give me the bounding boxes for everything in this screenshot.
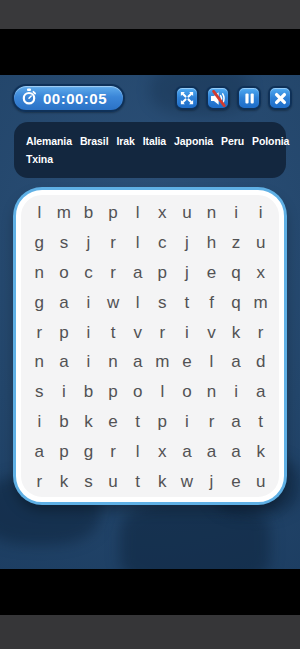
word-item: Brasil	[80, 132, 109, 150]
grid-cell[interactable]: t	[125, 466, 150, 496]
grid-cell[interactable]: j	[76, 228, 101, 258]
grid-cell[interactable]: k	[224, 317, 249, 347]
grid-cell[interactable]: l	[199, 347, 224, 377]
grid-cell[interactable]: n	[27, 347, 52, 377]
word-item: Polonia	[252, 132, 289, 150]
grid-cell[interactable]: u	[101, 466, 126, 496]
word-line: Txina	[26, 150, 274, 168]
word-item: Alemania	[26, 132, 72, 150]
fullscreen-button[interactable]	[175, 86, 199, 110]
grid-cell[interactable]: o	[175, 377, 200, 407]
word-line: AlemaniaBrasilIrakItaliaJaponiaPeruPolon…	[26, 132, 274, 150]
grid-cell[interactable]: a	[52, 287, 77, 317]
grid-cell[interactable]: q	[224, 258, 249, 288]
grid-cell[interactable]: w	[101, 287, 126, 317]
grid-cell[interactable]: j	[199, 466, 224, 496]
grid-cell[interactable]: n	[27, 258, 52, 288]
word-item: Irak	[116, 132, 134, 150]
grid-cell[interactable]: e	[199, 258, 224, 288]
grid-cell[interactable]: p	[150, 407, 175, 437]
grid-cell[interactable]: c	[76, 258, 101, 288]
grid-cell[interactable]: v	[199, 317, 224, 347]
grid-cell[interactable]: a	[224, 436, 249, 466]
grid-cell[interactable]: x	[150, 436, 175, 466]
grid-cell[interactable]: a	[125, 347, 150, 377]
word-item: Italia	[143, 132, 166, 150]
status-bar-bottom	[0, 615, 300, 649]
grid-cell[interactable]: q	[224, 287, 249, 317]
grid-cell[interactable]: l	[125, 228, 150, 258]
hud-bar: 00:00:05	[12, 84, 292, 112]
letterbox-top	[0, 29, 300, 75]
letter-grid: lmbplxuniigsjrlcjhzunocrapjeqxgaiwlstfqm…	[21, 195, 279, 497]
muted-speaker-icon	[210, 90, 227, 107]
grid-cell[interactable]: w	[175, 466, 200, 496]
grid-cell[interactable]: l	[125, 287, 150, 317]
screenshot-root: 00:00:05	[0, 0, 300, 649]
grid-cell[interactable]: a	[125, 258, 150, 288]
grid-cell[interactable]: i	[52, 377, 77, 407]
grid-cell[interactable]: k	[150, 466, 175, 496]
word-search-board: lmbplxuniigsjrlcjhzunocrapjeqxgaiwlstfqm…	[16, 190, 284, 502]
grid-cell[interactable]: e	[175, 347, 200, 377]
grid-cell[interactable]: g	[76, 436, 101, 466]
grid-cell[interactable]: j	[175, 258, 200, 288]
grid-cell[interactable]: b	[76, 377, 101, 407]
grid-cell[interactable]: l	[27, 198, 52, 228]
timer-value: 00:00:05	[43, 91, 107, 106]
expand-arrows-icon	[180, 91, 194, 105]
grid-cell[interactable]: p	[52, 436, 77, 466]
mute-button[interactable]	[206, 86, 230, 110]
close-x-icon	[274, 92, 287, 105]
hud-buttons	[175, 86, 292, 110]
grid-cell[interactable]: i	[248, 198, 273, 228]
grid-cell[interactable]: j	[175, 228, 200, 258]
grid-cell[interactable]: b	[76, 198, 101, 228]
word-item: Japonia	[174, 132, 213, 150]
grid-cell[interactable]: l	[125, 198, 150, 228]
grid-cell[interactable]: m	[150, 347, 175, 377]
grid-cell[interactable]: n	[199, 377, 224, 407]
grid-cell[interactable]: t	[248, 407, 273, 437]
grid-cell[interactable]: i	[175, 317, 200, 347]
grid-cell[interactable]: a	[224, 407, 249, 437]
grid-cell[interactable]: r	[101, 258, 126, 288]
grid-cell[interactable]: s	[52, 228, 77, 258]
grid-cell[interactable]: i	[76, 287, 101, 317]
grid-cell[interactable]: i	[76, 317, 101, 347]
grid-cell[interactable]: u	[175, 198, 200, 228]
grid-cell[interactable]: f	[199, 287, 224, 317]
grid-cell[interactable]: s	[27, 377, 52, 407]
grid-cell[interactable]: a	[248, 377, 273, 407]
grid-cell[interactable]: k	[52, 466, 77, 496]
grid-cell[interactable]: u	[248, 228, 273, 258]
grid-cell[interactable]: z	[224, 228, 249, 258]
grid-cell[interactable]: a	[224, 347, 249, 377]
grid-cell[interactable]: r	[150, 317, 175, 347]
grid-cell[interactable]: x	[150, 198, 175, 228]
grid-cell[interactable]: g	[27, 287, 52, 317]
grid-cell[interactable]: t	[175, 287, 200, 317]
grid-cell[interactable]: l	[125, 436, 150, 466]
grid-cell[interactable]: p	[52, 317, 77, 347]
game-area: 00:00:05	[0, 75, 300, 569]
grid-cell[interactable]: a	[52, 347, 77, 377]
grid-cell[interactable]: r	[27, 466, 52, 496]
grid-cell[interactable]: p	[101, 377, 126, 407]
grid-cell[interactable]: p	[101, 198, 126, 228]
grid-cell[interactable]: s	[76, 466, 101, 496]
grid-cell[interactable]: r	[101, 228, 126, 258]
grid-cell[interactable]: i	[175, 407, 200, 437]
timer: 00:00:05	[12, 84, 125, 112]
grid-cell[interactable]: n	[101, 347, 126, 377]
grid-cell[interactable]: a	[175, 436, 200, 466]
grid-cell[interactable]: b	[52, 407, 77, 437]
grid-cell[interactable]: g	[27, 228, 52, 258]
grid-cell[interactable]: o	[52, 258, 77, 288]
grid-cell[interactable]: o	[125, 377, 150, 407]
word-item: Txina	[26, 150, 53, 168]
grid-cell[interactable]: k	[248, 436, 273, 466]
grid-cell[interactable]: a	[27, 436, 52, 466]
grid-cell[interactable]: i	[224, 198, 249, 228]
grid-cell[interactable]: m	[248, 287, 273, 317]
status-bar-top	[0, 0, 300, 29]
pause-button[interactable]	[237, 86, 261, 110]
grid-cell[interactable]: v	[125, 317, 150, 347]
grid-cell[interactable]: n	[199, 198, 224, 228]
grid-cell[interactable]: x	[248, 258, 273, 288]
grid-cell[interactable]: h	[199, 228, 224, 258]
grid-cell[interactable]: r	[199, 407, 224, 437]
grid-cell[interactable]: c	[150, 228, 175, 258]
grid-cell[interactable]: e	[224, 466, 249, 496]
pause-icon	[243, 92, 256, 105]
grid-cell[interactable]: t	[101, 317, 126, 347]
grid-cell[interactable]: r	[27, 317, 52, 347]
grid-cell[interactable]: r	[101, 436, 126, 466]
grid-cell[interactable]: p	[150, 258, 175, 288]
grid-cell[interactable]: i	[27, 407, 52, 437]
grid-cell[interactable]: i	[76, 347, 101, 377]
word-item: Peru	[221, 132, 244, 150]
grid-cell[interactable]: k	[76, 407, 101, 437]
grid-cell[interactable]: u	[248, 466, 273, 496]
word-list: AlemaniaBrasilIrakItaliaJaponiaPeruPolon…	[26, 132, 274, 168]
stopwatch-icon	[21, 88, 37, 109]
grid-cell[interactable]: l	[150, 377, 175, 407]
letterbox-bottom	[0, 569, 300, 615]
grid-cell[interactable]: m	[52, 198, 77, 228]
grid-cell[interactable]: r	[248, 317, 273, 347]
word-list-panel: AlemaniaBrasilIrakItaliaJaponiaPeruPolon…	[14, 122, 286, 178]
grid-cell[interactable]: t	[125, 407, 150, 437]
grid-cell[interactable]: d	[248, 347, 273, 377]
grid-cell[interactable]: s	[150, 287, 175, 317]
grid-cell[interactable]: i	[224, 377, 249, 407]
grid-cell[interactable]: e	[101, 407, 126, 437]
grid-cell[interactable]: a	[199, 436, 224, 466]
close-button[interactable]	[268, 86, 292, 110]
